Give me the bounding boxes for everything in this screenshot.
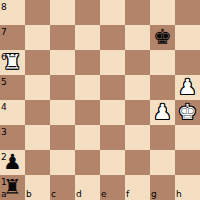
square-h4[interactable]: ♚ <box>175 100 200 125</box>
square-g5[interactable] <box>150 75 175 100</box>
piece-black-king-g7[interactable]: ♚ <box>150 25 175 50</box>
square-b3[interactable] <box>25 125 50 150</box>
square-h3[interactable] <box>175 125 200 150</box>
square-c7[interactable] <box>50 25 75 50</box>
square-h6[interactable] <box>175 50 200 75</box>
square-a7[interactable]: 7 <box>0 25 25 50</box>
file-label-h: h <box>176 189 182 199</box>
square-g7[interactable]: ♚ <box>150 25 175 50</box>
square-f1[interactable]: f <box>125 175 150 200</box>
rank-label-3: 3 <box>1 127 7 137</box>
piece-white-rook-a6[interactable]: ♜ <box>0 50 25 75</box>
square-b7[interactable] <box>25 25 50 50</box>
square-b5[interactable] <box>25 75 50 100</box>
square-a8[interactable]: 8 <box>0 0 25 25</box>
file-label-c: c <box>51 189 56 199</box>
file-label-f: f <box>126 189 129 199</box>
file-label-d: d <box>76 189 82 199</box>
square-h5[interactable]: ♟ <box>175 75 200 100</box>
square-e3[interactable] <box>100 125 125 150</box>
square-f8[interactable] <box>125 0 150 25</box>
square-e8[interactable] <box>100 0 125 25</box>
rank-label-5: 5 <box>1 77 7 87</box>
square-b1[interactable]: b <box>25 175 50 200</box>
piece-black-rook-a1[interactable]: ♜ <box>0 175 25 200</box>
square-d2[interactable] <box>75 150 100 175</box>
square-a1[interactable]: 1a♜ <box>0 175 25 200</box>
square-g2[interactable] <box>150 150 175 175</box>
piece-white-pawn-h5[interactable]: ♟ <box>175 75 200 100</box>
square-c6[interactable] <box>50 50 75 75</box>
square-b2[interactable] <box>25 150 50 175</box>
rank-label-8: 8 <box>1 2 7 12</box>
square-g6[interactable] <box>150 50 175 75</box>
square-e4[interactable] <box>100 100 125 125</box>
square-c1[interactable]: c <box>50 175 75 200</box>
rank-label-7: 7 <box>1 27 7 37</box>
square-a5[interactable]: 5 <box>0 75 25 100</box>
file-label-g: g <box>151 189 157 199</box>
square-a2[interactable]: 2♟ <box>0 150 25 175</box>
square-d7[interactable] <box>75 25 100 50</box>
square-e6[interactable] <box>100 50 125 75</box>
square-c5[interactable] <box>50 75 75 100</box>
square-d1[interactable]: d <box>75 175 100 200</box>
square-f6[interactable] <box>125 50 150 75</box>
chess-board: 87♚6♜5♟4♟♚32♟1a♜bcdefgh <box>0 0 200 200</box>
square-h1[interactable]: h <box>175 175 200 200</box>
square-e1[interactable]: e <box>100 175 125 200</box>
square-g3[interactable] <box>150 125 175 150</box>
square-e7[interactable] <box>100 25 125 50</box>
piece-white-pawn-g4[interactable]: ♟ <box>150 100 175 125</box>
rank-label-4: 4 <box>1 102 7 112</box>
square-e2[interactable] <box>100 150 125 175</box>
square-h2[interactable] <box>175 150 200 175</box>
square-c8[interactable] <box>50 0 75 25</box>
file-label-e: e <box>101 189 107 199</box>
square-h7[interactable] <box>175 25 200 50</box>
square-a3[interactable]: 3 <box>0 125 25 150</box>
piece-white-king-h4[interactable]: ♚ <box>175 100 200 125</box>
square-f5[interactable] <box>125 75 150 100</box>
square-f2[interactable] <box>125 150 150 175</box>
square-f4[interactable] <box>125 100 150 125</box>
square-f7[interactable] <box>125 25 150 50</box>
square-a4[interactable]: 4 <box>0 100 25 125</box>
square-d5[interactable] <box>75 75 100 100</box>
square-d3[interactable] <box>75 125 100 150</box>
square-c4[interactable] <box>50 100 75 125</box>
square-g4[interactable]: ♟ <box>150 100 175 125</box>
square-e5[interactable] <box>100 75 125 100</box>
square-b8[interactable] <box>25 0 50 25</box>
square-f3[interactable] <box>125 125 150 150</box>
square-h8[interactable] <box>175 0 200 25</box>
square-g1[interactable]: g <box>150 175 175 200</box>
square-b4[interactable] <box>25 100 50 125</box>
square-c3[interactable] <box>50 125 75 150</box>
square-d8[interactable] <box>75 0 100 25</box>
file-label-b: b <box>26 189 32 199</box>
piece-black-pawn-a2[interactable]: ♟ <box>0 150 25 175</box>
square-b6[interactable] <box>25 50 50 75</box>
square-g8[interactable] <box>150 0 175 25</box>
square-c2[interactable] <box>50 150 75 175</box>
square-d4[interactable] <box>75 100 100 125</box>
square-a6[interactable]: 6♜ <box>0 50 25 75</box>
square-d6[interactable] <box>75 50 100 75</box>
